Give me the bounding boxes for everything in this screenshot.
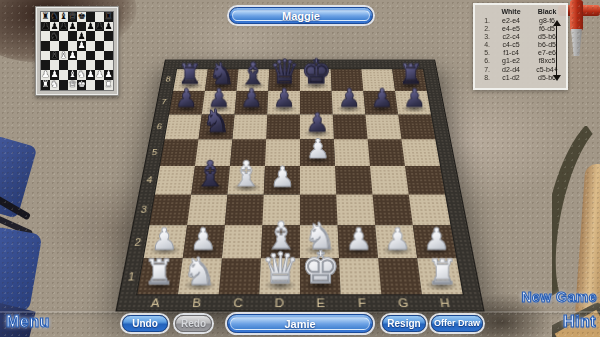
move-number: 4. [479, 41, 493, 49]
mini-square-e6: ♟ [77, 31, 86, 41]
black-knight[interactable]: ♞ [202, 105, 230, 137]
board-squares: ♜♞♝♛♚♜♟♟♟♟♟♟♟♞♟♟♝♝♟♟♟♝♞♟♟♟♜♞♛♚♜ [136, 69, 464, 296]
mini-square-a2: ♟ [41, 70, 50, 80]
mini-square-e1: ♚ [77, 80, 86, 90]
opponent-name: Maggie [232, 10, 370, 21]
black-bishop: ♝ [59, 12, 67, 21]
board-3d-wrap: ♜♞♝♛♚♜♟♟♟♟♟♟♟♞♟♟♝♝♟♟♟♝♞♟♟♟♜♞♛♚♜ ABCDEFGH… [95, 36, 505, 296]
mini-square-f6 [86, 31, 95, 41]
square-d7[interactable]: ♟ [267, 91, 300, 114]
wooden-chair [552, 126, 600, 337]
mini-square-e7 [77, 22, 86, 32]
hint-button[interactable]: Hint [563, 313, 596, 331]
mini-square-d4: ♟ [68, 51, 77, 61]
mini-square-d6 [68, 31, 77, 41]
offer-draw-button[interactable]: Offer Draw [431, 315, 483, 332]
mini-square-d7: ♟ [68, 22, 77, 32]
black-column-header: Black [529, 8, 565, 15]
black-queen: ♛ [68, 12, 76, 21]
white-pawn: ♟ [68, 51, 76, 60]
square-e1[interactable]: ♚ [300, 258, 341, 294]
mini-square-d5 [68, 41, 77, 51]
move-number: 8. [479, 74, 493, 82]
file-label-f: F [341, 295, 383, 310]
black-pawn[interactable]: ♟ [272, 87, 295, 112]
player-name: Jamie [230, 317, 370, 330]
move-number: 6. [479, 57, 493, 65]
mini-square-g6 [95, 31, 104, 41]
mini-square-a5 [41, 41, 50, 51]
black-pawn: ♟ [86, 22, 94, 31]
white-rook: ♜ [104, 80, 112, 89]
square-f7[interactable]: ♟ [332, 91, 366, 114]
resign-button[interactable]: Resign [382, 315, 426, 332]
file-label-g: G [382, 295, 425, 310]
black-pawn: ♟ [50, 22, 58, 31]
black-rook: ♜ [104, 12, 112, 21]
mini-square-b8: ♞ [50, 12, 59, 22]
mini-square-d1: ♛ [68, 80, 77, 90]
square-f1[interactable] [339, 258, 381, 294]
square-f6[interactable] [333, 114, 368, 139]
bottom-ridge [0, 311, 600, 313]
white-queen: ♛ [68, 80, 76, 89]
square-a7[interactable]: ♟ [169, 91, 205, 114]
blue-chair [0, 138, 44, 337]
white-rook: ♜ [41, 80, 49, 89]
mini-square-e4 [77, 51, 86, 61]
black-pawn: ♟ [104, 22, 112, 31]
black-pawn[interactable]: ♟ [338, 87, 361, 112]
square-e5[interactable]: ♟ [300, 139, 335, 166]
white-move: d2-d4 [493, 66, 529, 74]
chess-board: ♜♞♝♛♚♜♟♟♟♟♟♟♟♞♟♟♝♝♟♟♟♝♞♟♟♟♜♞♛♚♜ ABCDEFGH… [117, 60, 483, 310]
mini-square-g3 [95, 60, 104, 70]
square-c2[interactable] [222, 225, 263, 258]
mini-square-f7: ♟ [86, 22, 95, 32]
square-a4[interactable] [155, 166, 195, 195]
white-pawn: ♟ [86, 70, 94, 79]
black-pawn: ♟ [59, 22, 67, 31]
mini-square-b3 [50, 60, 59, 70]
square-c4[interactable]: ♝ [227, 166, 265, 195]
mini-square-f8 [86, 12, 95, 22]
move-list-header: White Black [479, 8, 564, 15]
mini-square-h2: ♟ [104, 70, 113, 80]
white-pawn[interactable]: ♟ [150, 224, 177, 254]
square-h1[interactable]: ♜ [417, 258, 462, 294]
black-pawn[interactable]: ♟ [403, 87, 426, 112]
square-h3[interactable] [409, 195, 451, 226]
game-screen: ♜♞♝♛♚♜♟♟♟♟♟♟♟♞♟♟♝♝♟♟♟♝♞♟♟♟♜♞♛♚♜ Maggie W… [0, 0, 600, 337]
white-pawn[interactable]: ♟ [269, 163, 294, 191]
opponent-name-banner: Maggie [229, 7, 373, 24]
mini-square-a6 [41, 31, 50, 41]
black-bishop[interactable]: ♝ [194, 156, 225, 191]
square-g6[interactable] [365, 114, 401, 139]
mini-square-h3 [104, 60, 113, 70]
white-rook[interactable]: ♜ [426, 255, 457, 290]
undo-button[interactable]: Undo [122, 315, 168, 332]
white-move: e2-e4 [493, 17, 529, 25]
move-number: 7. [479, 66, 493, 74]
file-label-e: E [300, 295, 342, 310]
scroll-up-icon[interactable] [553, 20, 561, 26]
mini-square-g2: ♟ [95, 70, 104, 80]
player-name-banner: Jamie [227, 314, 373, 333]
mini-square-g7: ♟ [95, 22, 104, 32]
move-number: 1. [479, 17, 493, 25]
move-list-scrollbar[interactable] [552, 20, 561, 81]
mini-square-b4: ♝ [50, 51, 59, 61]
mini-square-a1: ♜ [41, 80, 50, 90]
white-move: e4-e5 [493, 25, 529, 33]
mini-square-f4 [86, 51, 95, 61]
mini-square-d2: ♝ [68, 70, 77, 80]
white-rook[interactable]: ♜ [143, 255, 174, 290]
square-c7[interactable]: ♟ [235, 91, 269, 114]
mini-square-g4 [95, 51, 104, 61]
file-labels: ABCDEFGH [133, 295, 466, 310]
square-e8[interactable]: ♚ [300, 69, 332, 91]
mini-square-c8: ♝ [59, 12, 68, 22]
menu-button[interactable]: Menu [6, 313, 50, 331]
black-pawn: ♟ [95, 22, 103, 31]
square-e4[interactable] [300, 166, 336, 195]
square-a6[interactable] [165, 114, 202, 139]
mini-square-h7: ♟ [104, 22, 113, 32]
mini-square-b5 [50, 41, 59, 51]
square-g1[interactable] [378, 258, 422, 294]
mini-square-e3 [77, 60, 86, 70]
white-king[interactable]: ♚ [301, 246, 340, 290]
white-pawn[interactable]: ♟ [423, 224, 450, 254]
white-king: ♚ [77, 80, 85, 89]
mini-square-f3 [86, 60, 95, 70]
square-d4[interactable]: ♟ [264, 166, 300, 195]
mini-square-c4: ♝ [59, 51, 68, 61]
square-d6[interactable] [266, 114, 300, 139]
mini-square-c1 [59, 80, 68, 90]
mini-square-h5 [104, 41, 113, 51]
white-bishop: ♝ [68, 70, 76, 79]
white-knight: ♞ [50, 80, 58, 89]
white-column-header: White [493, 8, 529, 15]
mini-square-h6 [104, 31, 113, 41]
square-f4[interactable] [335, 166, 373, 195]
mini-square-g8 [95, 12, 104, 22]
mini-square-a7: ♟ [41, 22, 50, 32]
mini-square-d8: ♛ [68, 12, 77, 22]
white-move: c1-d2 [493, 74, 529, 82]
mini-square-a8: ♜ [41, 12, 50, 22]
mini-square-f5 [86, 41, 95, 51]
mini-square-b2: ♟ [50, 70, 59, 80]
white-pawn[interactable]: ♟ [345, 224, 372, 254]
white-knight: ♞ [77, 70, 85, 79]
square-g2[interactable]: ♟ [375, 225, 417, 258]
black-king[interactable]: ♚ [300, 54, 331, 88]
file-label-a: A [133, 295, 177, 310]
mini-square-h8: ♜ [104, 12, 113, 22]
white-pawn: ♟ [41, 70, 49, 79]
white-move: c2-c4 [493, 33, 529, 41]
square-g3[interactable] [373, 195, 413, 226]
scroll-down-icon[interactable] [553, 75, 561, 81]
mini-square-c7: ♟ [59, 22, 68, 32]
white-move: c4-c5 [493, 41, 529, 49]
white-pawn: ♟ [77, 41, 85, 50]
move-number: 2. [479, 25, 493, 33]
square-b6[interactable]: ♞ [199, 114, 235, 139]
square-g5[interactable] [368, 139, 405, 166]
square-a1[interactable]: ♜ [137, 258, 182, 294]
square-f3[interactable] [336, 195, 375, 226]
white-pawn[interactable]: ♟ [384, 224, 411, 254]
mini-square-b7: ♟ [50, 22, 59, 32]
square-c6[interactable] [232, 114, 267, 139]
square-b1[interactable]: ♞ [178, 258, 222, 294]
white-pawn: ♟ [104, 70, 112, 79]
black-pawn[interactable]: ♟ [175, 87, 198, 112]
black-king: ♚ [77, 12, 85, 21]
mini-square-g1 [95, 80, 104, 90]
mini-square-c5 [59, 41, 68, 51]
mini-board: ♜♞♝♛♚♜♟♟♟♟♟♟♟♞♟♟♝♝♟♟♟♝♞♟♟♟♜♞♛♚♜ [35, 6, 119, 96]
mini-square-f1 [86, 80, 95, 90]
move-number: 5. [479, 49, 493, 57]
black-pawn: ♟ [77, 32, 85, 41]
black-pawn[interactable]: ♟ [305, 110, 328, 136]
black-bishop: ♝ [50, 51, 58, 60]
new-game-button[interactable]: New Game [521, 289, 597, 305]
square-g7[interactable]: ♟ [363, 91, 398, 114]
square-g4[interactable] [370, 166, 409, 195]
file-label-h: H [423, 295, 467, 310]
white-knight[interactable]: ♞ [182, 252, 216, 290]
white-pawn: ♟ [95, 70, 103, 79]
mini-square-g5 [95, 41, 104, 51]
square-b3[interactable] [187, 195, 227, 226]
mini-square-b1: ♞ [50, 80, 59, 90]
white-pawn: ♟ [50, 70, 58, 79]
mini-square-d3 [68, 60, 77, 70]
black-queen[interactable]: ♛ [269, 55, 299, 88]
mini-square-e5: ♟ [77, 41, 86, 51]
square-h5[interactable] [401, 139, 440, 166]
black-rook: ♜ [41, 12, 49, 21]
square-h4[interactable] [405, 166, 445, 195]
square-b4[interactable]: ♝ [191, 166, 230, 195]
mini-square-a3 [41, 60, 50, 70]
mini-square-c3 [59, 60, 68, 70]
mini-square-a4 [41, 51, 50, 61]
square-h7[interactable]: ♟ [395, 91, 431, 114]
black-pawn[interactable]: ♟ [370, 87, 393, 112]
black-pawn: ♟ [41, 22, 49, 31]
square-f2[interactable]: ♟ [338, 225, 379, 258]
file-label-d: D [258, 295, 300, 310]
square-a3[interactable] [150, 195, 192, 226]
redo-button: Redo [175, 315, 212, 332]
square-a5[interactable] [160, 139, 199, 166]
mini-square-h4 [104, 51, 113, 61]
square-f5[interactable] [334, 139, 370, 166]
black-pawn: ♟ [68, 22, 76, 31]
move-list-panel: White Black 1.e2-e4g8-f62.e4-e5f6-d53.c2… [473, 3, 568, 90]
square-h6[interactable] [398, 114, 435, 139]
white-queen[interactable]: ♛ [261, 247, 299, 290]
black-knight: ♞ [50, 12, 58, 21]
mini-square-c2 [59, 70, 68, 80]
white-move: g1-e2 [493, 57, 529, 65]
square-c1[interactable] [219, 258, 261, 294]
white-bishop: ♝ [59, 51, 67, 60]
mini-square-b6: ♞ [50, 31, 59, 41]
move-number: 3. [479, 33, 493, 41]
mini-square-f2: ♟ [86, 70, 95, 80]
white-pawn[interactable]: ♟ [305, 136, 329, 163]
black-pawn[interactable]: ♟ [240, 87, 263, 112]
black-knight: ♞ [50, 32, 58, 41]
white-move: f1-c4 [493, 49, 529, 57]
file-label-c: C [217, 295, 259, 310]
mini-square-e8: ♚ [77, 12, 86, 22]
mini-square-c6 [59, 31, 68, 41]
square-c3[interactable] [225, 195, 264, 226]
white-bishop[interactable]: ♝ [230, 156, 261, 191]
square-d1[interactable]: ♛ [259, 258, 300, 294]
mini-square-h1: ♜ [104, 80, 113, 90]
file-label-b: B [175, 295, 218, 310]
mini-board-grid: ♜♞♝♛♚♜♟♟♟♟♟♟♟♞♟♟♝♝♟♟♟♝♞♟♟♟♜♞♛♚♜ [40, 11, 114, 91]
mini-square-e2: ♞ [77, 70, 86, 80]
